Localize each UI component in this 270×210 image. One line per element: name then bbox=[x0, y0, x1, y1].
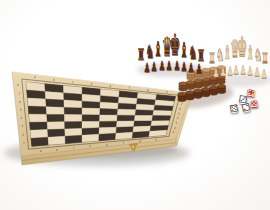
die-red-5: ⚄ bbox=[249, 99, 258, 108]
light-pawn-2: ♟ bbox=[226, 65, 232, 77]
dark-pawn-1: ♟ bbox=[151, 60, 158, 73]
dark-bishop-2: ♝ bbox=[153, 39, 162, 60]
dark-king-4: ♚ bbox=[170, 30, 181, 60]
light-bishop-5: ♝ bbox=[246, 43, 255, 62]
die-red-4: ⚃ bbox=[246, 88, 255, 97]
light-rook-7: ♜ bbox=[261, 51, 269, 66]
chess-set-product-photo: aabbccddeeffgghh8877665544332211 ♜♞♝♛♚♝♞… bbox=[0, 0, 270, 210]
die-white-1: ⚄ bbox=[229, 104, 238, 113]
die-white-3: ⚁ bbox=[241, 103, 251, 113]
pieces-layer: ♜♞♝♛♚♝♞♜♟♟♟♟♟♟♟♟♜♞♝♛♚♝♞♜♟♟♟♟♟♟♟♟⚄⚂⚁⚃⚄ bbox=[0, 0, 270, 210]
die-white-2: ⚂ bbox=[238, 95, 247, 104]
light-king-4: ♚ bbox=[237, 33, 247, 61]
dark-pawn-5: ♟ bbox=[181, 60, 188, 73]
dark-pawn-2: ♟ bbox=[158, 59, 165, 72]
dark-knight-1: ♞ bbox=[145, 42, 154, 61]
light-pawn-1: ♟ bbox=[220, 66, 226, 78]
dark-knight-6: ♞ bbox=[188, 43, 197, 62]
light-knight-6: ♞ bbox=[253, 47, 262, 65]
light-pawn-7: ♟ bbox=[260, 68, 266, 80]
light-pawn-6: ♟ bbox=[254, 66, 260, 78]
dark-pawn-7: ♟ bbox=[195, 62, 202, 75]
light-pawn-3: ♟ bbox=[233, 64, 239, 76]
light-queen-3: ♛ bbox=[230, 37, 240, 62]
dark-rook-0: ♜ bbox=[137, 47, 146, 63]
light-rook-0: ♜ bbox=[208, 51, 216, 66]
dark-rook-7: ♜ bbox=[197, 48, 206, 64]
dark-pawn-4: ♟ bbox=[173, 59, 180, 72]
dark-queen-3: ♛ bbox=[161, 33, 172, 60]
dark-pawn-3: ♟ bbox=[166, 59, 173, 72]
light-knight-1: ♞ bbox=[215, 47, 224, 65]
dark-bishop-5: ♝ bbox=[179, 40, 188, 61]
dark-pawn-6: ♟ bbox=[188, 61, 195, 74]
light-pawn-5: ♟ bbox=[247, 65, 253, 77]
light-pawn-0: ♟ bbox=[213, 67, 219, 79]
light-bishop-2: ♝ bbox=[223, 43, 232, 62]
light-pawn-4: ♟ bbox=[240, 64, 246, 76]
dark-pawn-0: ♟ bbox=[144, 61, 151, 74]
